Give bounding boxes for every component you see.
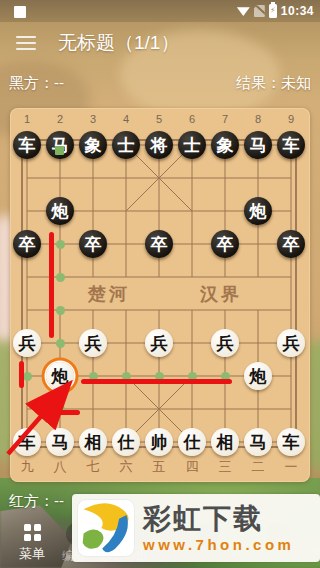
rainbow-logo-icon <box>77 499 135 557</box>
menu-button[interactable]: 菜单 <box>10 524 54 563</box>
battery-charging-icon: ⚡ <box>269 4 277 18</box>
annotation-arrow <box>10 108 310 482</box>
menu-grid-icon <box>24 524 41 541</box>
black-player-label: 黑方：-- <box>9 74 64 93</box>
watermark-url: www.7hon.com <box>143 536 294 553</box>
watermark-title: 彩虹下载 <box>143 503 263 535</box>
status-bar: ⚡ 10:34 <box>0 0 320 22</box>
clock-time: 10:34 <box>281 4 314 18</box>
watermark-banner: 彩虹下载 www.7hon.com <box>72 494 320 562</box>
info-row-top: 黑方：-- 结果：未知 <box>0 74 320 93</box>
hamburger-menu-icon[interactable] <box>16 36 36 50</box>
no-sim-icon <box>254 5 265 17</box>
page-title: 无标题（1/1） <box>58 30 179 56</box>
result-label: 结果：未知 <box>236 74 311 93</box>
menu-label: 菜单 <box>19 545 45 563</box>
red-player-label: 红方：-- <box>9 492 64 511</box>
wifi-icon <box>237 6 250 16</box>
app-screen: ⚡ 10:34 无标题（1/1） 黑方：-- 结果：未知 <box>0 0 320 568</box>
title-bar: 无标题（1/1） <box>0 22 320 64</box>
xiangqi-board[interactable]: 123456789 九八七六五四三二一 楚河 汉界 车马象士将士象马车炮炮卒卒卒… <box>10 108 310 482</box>
notification-square-icon <box>14 6 26 18</box>
